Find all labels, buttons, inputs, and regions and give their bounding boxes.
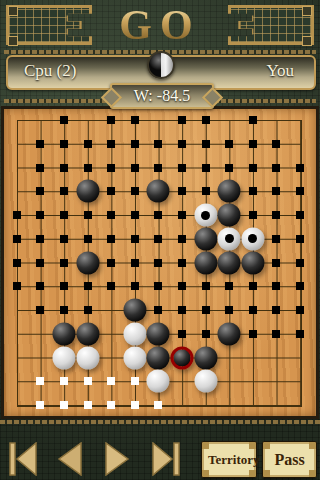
black-territory-marker[interactable] [249,116,257,124]
white-stone[interactable] [147,370,170,393]
black-territory-marker[interactable] [13,235,21,243]
black-territory-marker[interactable] [84,235,92,243]
black-territory-marker[interactable] [107,116,115,124]
black-territory-marker[interactable] [60,306,68,314]
black-territory-marker[interactable] [154,140,162,148]
black-stone[interactable] [218,322,241,345]
black-territory-marker[interactable] [249,187,257,195]
white-territory-marker[interactable] [154,401,162,409]
skip-to-start-icon [8,442,40,476]
black-territory-marker[interactable] [131,259,139,267]
black-territory-marker[interactable] [154,306,162,314]
black-territory-marker[interactable] [178,259,186,267]
black-territory-marker[interactable] [225,282,233,290]
next-move-button[interactable] [101,442,133,476]
score-plaque: W: -84.5 [110,83,214,109]
black-territory-marker[interactable] [131,187,139,195]
white-stone[interactable] [123,346,146,369]
black-territory-marker[interactable] [107,259,115,267]
black-stone[interactable] [123,299,146,322]
black-territory-marker[interactable] [60,282,68,290]
black-territory-marker[interactable] [202,187,210,195]
black-territory-marker[interactable] [13,282,21,290]
black-territory-marker[interactable] [60,235,68,243]
black-territory-marker[interactable] [36,306,44,314]
black-territory-marker[interactable] [296,164,304,172]
black-territory-marker[interactable] [296,330,304,338]
last-move-black-stone[interactable] [170,346,193,369]
black-territory-marker[interactable] [225,140,233,148]
black-territory-marker[interactable] [225,306,233,314]
white-territory-marker[interactable] [60,377,68,385]
dead-white-stone[interactable] [241,227,264,250]
black-territory-marker[interactable] [84,140,92,148]
black-stone[interactable] [76,251,99,274]
black-territory-marker[interactable] [36,164,44,172]
black-territory-marker[interactable] [60,140,68,148]
black-territory-marker[interactable] [272,235,280,243]
white-territory-marker[interactable] [107,377,115,385]
black-territory-marker[interactable] [178,164,186,172]
black-territory-marker[interactable] [272,330,280,338]
black-stone[interactable] [241,251,264,274]
black-territory-marker[interactable] [249,211,257,219]
black-territory-marker[interactable] [178,116,186,124]
black-stone[interactable] [218,204,241,227]
next-arrow-icon [101,442,133,476]
black-territory-marker[interactable] [202,282,210,290]
black-stone[interactable] [76,322,99,345]
black-territory-marker[interactable] [272,259,280,267]
white-territory-marker[interactable] [36,377,44,385]
black-territory-marker[interactable] [178,306,186,314]
black-stone[interactable] [194,227,217,250]
black-territory-marker[interactable] [272,140,280,148]
white-stone[interactable] [76,346,99,369]
black-territory-marker[interactable] [36,211,44,219]
black-stone[interactable] [76,180,99,203]
black-territory-marker[interactable] [272,211,280,219]
skip-to-end-button[interactable] [149,442,181,476]
black-territory-marker[interactable] [84,306,92,314]
black-territory-marker[interactable] [178,140,186,148]
dead-white-stone[interactable] [194,204,217,227]
black-territory-marker[interactable] [202,164,210,172]
black-territory-marker[interactable] [60,164,68,172]
white-territory-marker[interactable] [107,401,115,409]
black-territory-marker[interactable] [296,211,304,219]
black-territory-marker[interactable] [272,306,280,314]
black-territory-marker[interactable] [107,211,115,219]
black-territory-marker[interactable] [154,235,162,243]
black-territory-marker[interactable] [36,235,44,243]
player-black-label: Cpu (2) [24,61,76,81]
black-territory-marker[interactable] [107,235,115,243]
white-territory-marker[interactable] [60,401,68,409]
black-stone[interactable] [194,251,217,274]
white-territory-marker[interactable] [131,377,139,385]
black-stone[interactable] [147,180,170,203]
black-territory-marker[interactable] [131,235,139,243]
turn-indicator-stone-icon [147,51,175,79]
black-territory-marker[interactable] [60,187,68,195]
previous-arrow-icon [54,442,86,476]
black-territory-marker[interactable] [296,306,304,314]
black-territory-marker[interactable] [107,187,115,195]
black-territory-marker[interactable] [202,140,210,148]
black-territory-marker[interactable] [131,164,139,172]
black-stone[interactable] [147,346,170,369]
black-territory-marker[interactable] [202,116,210,124]
black-territory-marker[interactable] [60,116,68,124]
black-territory-marker[interactable] [296,235,304,243]
black-territory-marker[interactable] [84,282,92,290]
black-stone[interactable] [147,322,170,345]
black-territory-marker[interactable] [13,211,21,219]
black-territory-marker[interactable] [36,259,44,267]
black-stone[interactable] [218,180,241,203]
black-territory-marker[interactable] [296,282,304,290]
black-territory-marker[interactable] [272,164,280,172]
black-territory-marker[interactable] [249,306,257,314]
previous-move-button[interactable] [54,442,86,476]
go-board[interactable] [1,106,319,419]
pass-button[interactable]: Pass [262,441,317,478]
black-territory-marker[interactable] [202,330,210,338]
black-stone[interactable] [218,251,241,274]
black-territory-marker[interactable] [272,282,280,290]
black-territory-marker[interactable] [154,282,162,290]
go-app-screen: GO Cpu (2) You W: -84.5 Territory Pass [0,0,320,480]
black-territory-marker[interactable] [178,235,186,243]
black-territory-marker[interactable] [131,282,139,290]
black-territory-marker[interactable] [84,164,92,172]
black-territory-marker[interactable] [154,164,162,172]
black-territory-marker[interactable] [178,330,186,338]
black-territory-marker[interactable] [154,259,162,267]
black-territory-marker[interactable] [107,164,115,172]
black-territory-marker[interactable] [178,211,186,219]
black-territory-marker[interactable] [60,259,68,267]
player-white-label: You [266,61,294,81]
black-territory-marker[interactable] [107,140,115,148]
black-territory-marker[interactable] [296,259,304,267]
white-stone[interactable] [194,370,217,393]
black-territory-marker[interactable] [107,282,115,290]
black-territory-marker[interactable] [131,140,139,148]
black-territory-marker[interactable] [60,211,68,219]
black-stone[interactable] [52,322,75,345]
white-territory-marker[interactable] [36,401,44,409]
black-territory-marker[interactable] [36,282,44,290]
black-territory-marker[interactable] [249,140,257,148]
black-territory-marker[interactable] [36,187,44,195]
black-territory-marker[interactable] [249,282,257,290]
black-territory-marker[interactable] [36,140,44,148]
skip-to-start-button[interactable] [8,442,40,476]
black-territory-marker[interactable] [249,330,257,338]
territory-button[interactable]: Territory [201,441,257,478]
black-territory-marker[interactable] [272,187,280,195]
black-territory-marker[interactable] [178,187,186,195]
black-territory-marker[interactable] [225,164,233,172]
black-territory-marker[interactable] [84,211,92,219]
black-territory-marker[interactable] [131,211,139,219]
black-territory-marker[interactable] [296,187,304,195]
white-territory-marker[interactable] [84,377,92,385]
white-territory-marker[interactable] [84,401,92,409]
dead-white-stone[interactable] [218,227,241,250]
black-stone[interactable] [194,346,217,369]
black-territory-marker[interactable] [249,164,257,172]
white-territory-marker[interactable] [131,401,139,409]
white-stone[interactable] [123,322,146,345]
black-territory-marker[interactable] [131,116,139,124]
gold-chain-divider [0,420,320,424]
white-stone[interactable] [52,346,75,369]
skip-to-end-icon [149,442,181,476]
black-territory-marker[interactable] [13,259,21,267]
black-territory-marker[interactable] [178,282,186,290]
app-title: GO [0,0,320,48]
black-territory-marker[interactable] [202,306,210,314]
black-territory-marker[interactable] [154,211,162,219]
